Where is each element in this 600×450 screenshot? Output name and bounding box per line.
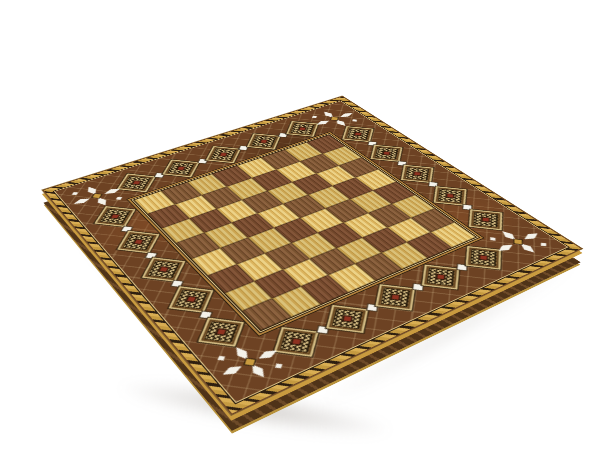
star-petal: [232, 345, 253, 361]
square-b4: [220, 238, 264, 264]
pearl-inlay-diamond: [155, 173, 164, 178]
border-medallion: [329, 307, 366, 332]
star-petal: [220, 363, 245, 378]
pearl-inlay-diamond: [463, 205, 471, 210]
square-d1: [328, 264, 375, 293]
scene: [0, 0, 600, 450]
star-petal: [338, 112, 355, 119]
square-a1: [242, 299, 291, 331]
pearl-inlay-diamond: [458, 264, 467, 270]
chess-board: [41, 96, 584, 417]
square-b3: [236, 253, 282, 281]
marquetry-border-field: [54, 101, 569, 403]
border-medallion: [201, 319, 241, 344]
pearl-inlay-diamond: [398, 161, 406, 165]
border-medallion: [145, 259, 183, 280]
border-medallion: [378, 286, 413, 309]
pearl-inlay-diamond: [413, 284, 423, 290]
square-d3: [291, 233, 336, 259]
pearl-inlay-diamond: [367, 304, 377, 311]
pearl-inlay-diamond: [317, 326, 328, 333]
pearl-inlay-diamond: [239, 146, 248, 150]
square-a5: [176, 233, 220, 259]
border-medallion: [120, 175, 154, 191]
square-b5: [204, 223, 247, 248]
pearl-inlay-diamond: [312, 116, 317, 118]
border-medallion: [165, 161, 197, 177]
square-c2: [282, 259, 328, 287]
square-a4: [192, 248, 237, 275]
star-petal: [72, 197, 92, 206]
square-a2: [225, 281, 272, 311]
star-petal: [517, 242, 537, 254]
border-medallion: [277, 329, 316, 355]
square-f1: [381, 242, 427, 269]
border-medallion: [403, 166, 431, 182]
star-petal: [499, 230, 519, 242]
border-medallion: [120, 232, 157, 252]
board-top-face: [41, 96, 584, 417]
pearl-inlay-diamond: [218, 356, 225, 361]
border-medallion: [471, 210, 500, 228]
square-c1: [301, 275, 349, 305]
pearl-inlay-diamond: [198, 159, 207, 163]
border-medallion: [208, 147, 239, 162]
pearl-inlay-diamond: [275, 363, 282, 368]
corner-star-bottom-right: [483, 223, 553, 262]
square-e3: [318, 223, 362, 248]
border-medallion: [288, 122, 316, 136]
border-medallion: [467, 248, 498, 269]
square-c3: [264, 243, 309, 270]
border-medallion: [436, 187, 465, 204]
square-g2: [387, 218, 431, 243]
square-e1: [355, 253, 402, 281]
pearl-inlay-diamond: [352, 119, 357, 121]
square-b1: [272, 287, 320, 318]
border-medallion: [344, 127, 372, 141]
pearl-inlay-diamond: [541, 243, 546, 247]
star-petal: [247, 362, 268, 379]
square-c4: [247, 228, 291, 254]
pearl-inlay-diamond: [121, 226, 132, 231]
star-petal: [256, 347, 280, 361]
square-h1: [431, 222, 476, 247]
star-petal: [521, 231, 541, 241]
star-petal: [495, 242, 515, 253]
pearl-inlay-diamond: [146, 252, 157, 258]
pearl-inlay-diamond: [200, 311, 211, 318]
pearl-inlay-diamond: [279, 133, 287, 137]
pearl-inlay-diamond: [429, 182, 437, 187]
star-center: [331, 117, 338, 120]
corner-star-bottom-left: [211, 336, 290, 391]
square-e2: [336, 237, 381, 263]
pearl-inlay-diamond: [72, 192, 78, 195]
pearl-inlay-diamond: [172, 281, 183, 287]
square-a6: [161, 218, 204, 243]
star-center: [514, 239, 521, 244]
star-center: [92, 194, 101, 198]
square-b2: [254, 270, 301, 299]
border-medallion: [373, 146, 401, 161]
square-a3: [208, 264, 254, 293]
square-g1: [406, 232, 451, 258]
pearl-inlay-diamond: [490, 237, 495, 240]
border-medallion: [249, 134, 279, 148]
square-d4: [274, 218, 317, 243]
square-d2: [309, 248, 355, 275]
border-medallion: [171, 288, 210, 311]
border-medallion: [424, 266, 457, 288]
pearl-inlay-diamond: [116, 197, 122, 200]
border-medallion: [97, 208, 133, 226]
star-center: [245, 359, 255, 366]
square-f2: [362, 227, 407, 253]
